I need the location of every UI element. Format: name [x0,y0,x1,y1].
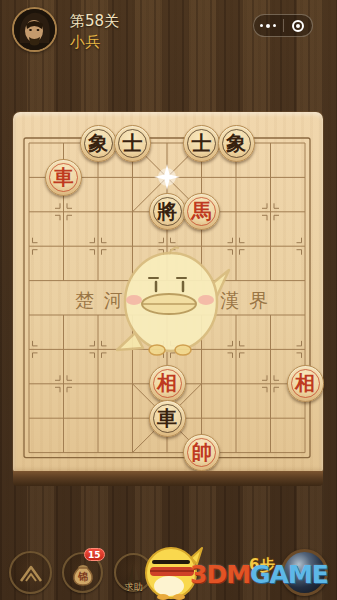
piece-black-d0[interactable]: 士 [114,125,151,162]
level-title: 第58关 [70,12,119,31]
piece-black-e8[interactable]: 車 [149,400,186,437]
more-dots-icon [260,24,276,28]
help-button-label: 求助 [114,581,153,594]
hint-count-badge: 15 [84,548,105,561]
piece-red-f9[interactable]: 帥 [183,434,220,471]
chevron-up-icon [18,562,44,584]
dark-sphere-button[interactable] [281,549,328,596]
player-avatar[interactable] [12,7,57,52]
menu-button[interactable] [9,551,52,594]
piece-black-g0[interactable]: 象 [218,125,255,162]
more-button[interactable] [254,15,283,36]
xiangqi-board[interactable]: 楚河 漢界 象士士象車將馬相相車帥 [13,112,323,472]
piece-red-e7[interactable]: 相 [149,365,186,402]
piece-black-f0[interactable]: 士 [183,125,220,162]
piece-black-c0[interactable]: 象 [80,125,117,162]
piece-red-b1[interactable]: 車 [45,159,82,196]
close-button[interactable] [284,15,313,36]
steps-counter: 6步 [249,556,274,575]
watermark-3dm: 3DM [190,560,250,589]
board-edge [13,471,323,486]
miniprogram-capsule [253,14,313,37]
piece-black-e2[interactable]: 將 [149,193,186,230]
player-rank-title: 小兵 [70,33,100,52]
target-circle-icon [292,20,304,32]
money-bag-icon: 锦 [69,559,97,587]
piece-red-i7[interactable]: 相 [287,365,324,402]
svg-text:锦: 锦 [77,571,88,582]
avatar-portrait [14,9,55,50]
